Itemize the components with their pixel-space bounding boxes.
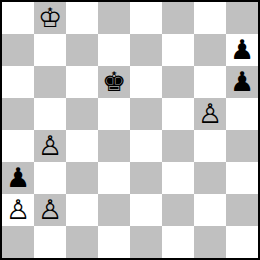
- black-pawn-h6[interactable]: ♟: [230, 68, 254, 95]
- square-d6[interactable]: ♚: [98, 66, 130, 98]
- square-b3[interactable]: [34, 162, 66, 194]
- square-g7[interactable]: [194, 34, 226, 66]
- square-a1[interactable]: [2, 226, 34, 258]
- square-d7[interactable]: [98, 34, 130, 66]
- square-c6[interactable]: [66, 66, 98, 98]
- square-c7[interactable]: [66, 34, 98, 66]
- square-f4[interactable]: [162, 130, 194, 162]
- square-d4[interactable]: [98, 130, 130, 162]
- black-pawn-a3[interactable]: ♟: [6, 164, 30, 191]
- square-a7[interactable]: [2, 34, 34, 66]
- chessboard: ♔♟♚♟♙♙♟♙♙: [0, 0, 260, 260]
- square-a3[interactable]: ♟: [2, 162, 34, 194]
- square-h4[interactable]: [226, 130, 258, 162]
- square-e5[interactable]: [130, 98, 162, 130]
- square-g4[interactable]: [194, 130, 226, 162]
- square-g8[interactable]: [194, 2, 226, 34]
- square-f3[interactable]: [162, 162, 194, 194]
- square-e8[interactable]: [130, 2, 162, 34]
- square-h6[interactable]: ♟: [226, 66, 258, 98]
- white-king-b8[interactable]: ♔: [38, 4, 62, 31]
- square-c2[interactable]: [66, 194, 98, 226]
- square-e1[interactable]: [130, 226, 162, 258]
- square-a8[interactable]: [2, 2, 34, 34]
- square-e2[interactable]: [130, 194, 162, 226]
- square-h3[interactable]: [226, 162, 258, 194]
- square-g5[interactable]: ♙: [194, 98, 226, 130]
- square-f7[interactable]: [162, 34, 194, 66]
- square-d5[interactable]: [98, 98, 130, 130]
- white-pawn-a2[interactable]: ♙: [6, 196, 30, 223]
- square-g1[interactable]: [194, 226, 226, 258]
- chess-diagram: ♔♟♚♟♙♙♟♙♙: [0, 0, 260, 260]
- square-g2[interactable]: [194, 194, 226, 226]
- square-e7[interactable]: [130, 34, 162, 66]
- square-b8[interactable]: ♔: [34, 2, 66, 34]
- square-f8[interactable]: [162, 2, 194, 34]
- black-king-d6[interactable]: ♚: [102, 68, 126, 95]
- square-f2[interactable]: [162, 194, 194, 226]
- square-h5[interactable]: [226, 98, 258, 130]
- square-h7[interactable]: ♟: [226, 34, 258, 66]
- square-h1[interactable]: [226, 226, 258, 258]
- square-c1[interactable]: [66, 226, 98, 258]
- square-c3[interactable]: [66, 162, 98, 194]
- square-a6[interactable]: [2, 66, 34, 98]
- square-b4[interactable]: ♙: [34, 130, 66, 162]
- square-f5[interactable]: [162, 98, 194, 130]
- square-g3[interactable]: [194, 162, 226, 194]
- square-f6[interactable]: [162, 66, 194, 98]
- square-b6[interactable]: [34, 66, 66, 98]
- square-d3[interactable]: [98, 162, 130, 194]
- square-d2[interactable]: [98, 194, 130, 226]
- square-a2[interactable]: ♙: [2, 194, 34, 226]
- square-h2[interactable]: [226, 194, 258, 226]
- square-h8[interactable]: [226, 2, 258, 34]
- square-c4[interactable]: [66, 130, 98, 162]
- square-g6[interactable]: [194, 66, 226, 98]
- square-b5[interactable]: [34, 98, 66, 130]
- square-b2[interactable]: ♙: [34, 194, 66, 226]
- square-f1[interactable]: [162, 226, 194, 258]
- square-c8[interactable]: [66, 2, 98, 34]
- square-d8[interactable]: [98, 2, 130, 34]
- square-e3[interactable]: [130, 162, 162, 194]
- square-e4[interactable]: [130, 130, 162, 162]
- white-pawn-b4[interactable]: ♙: [38, 132, 62, 159]
- square-e6[interactable]: [130, 66, 162, 98]
- white-pawn-g5[interactable]: ♙: [198, 100, 222, 127]
- black-pawn-h7[interactable]: ♟: [230, 36, 254, 63]
- square-d1[interactable]: [98, 226, 130, 258]
- white-pawn-b2[interactable]: ♙: [38, 196, 62, 223]
- square-b1[interactable]: [34, 226, 66, 258]
- square-a4[interactable]: [2, 130, 34, 162]
- square-b7[interactable]: [34, 34, 66, 66]
- square-c5[interactable]: [66, 98, 98, 130]
- square-a5[interactable]: [2, 98, 34, 130]
